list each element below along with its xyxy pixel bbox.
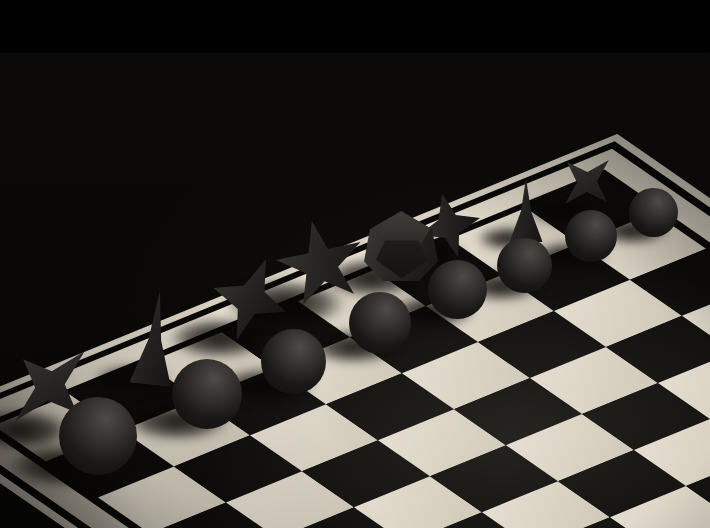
pawn-shape xyxy=(59,397,137,475)
pawn-shape xyxy=(629,188,678,237)
piece-black-pawn-a7 xyxy=(59,397,137,475)
piece-black-knight-g8 xyxy=(503,178,549,242)
piece-black-pawn-g7 xyxy=(565,210,617,262)
pawn-shape xyxy=(172,359,242,429)
pieces-layer xyxy=(0,0,710,528)
piece-black-rook-h8 xyxy=(559,151,615,213)
piece-black-pawn-e7 xyxy=(428,260,487,319)
pawn-shape xyxy=(261,329,326,394)
photo-stage xyxy=(0,0,710,528)
pawn-shape xyxy=(497,238,552,293)
pawn-shape xyxy=(428,260,487,319)
piece-black-pawn-c7 xyxy=(261,329,326,394)
knight-shape xyxy=(503,178,549,242)
pawn-shape xyxy=(349,292,411,354)
piece-black-pawn-h7 xyxy=(629,188,678,237)
piece-black-pawn-f7 xyxy=(497,238,552,293)
pawn-shape xyxy=(565,210,617,262)
piece-black-pawn-b7 xyxy=(172,359,242,429)
piece-black-pawn-d7 xyxy=(349,292,411,354)
